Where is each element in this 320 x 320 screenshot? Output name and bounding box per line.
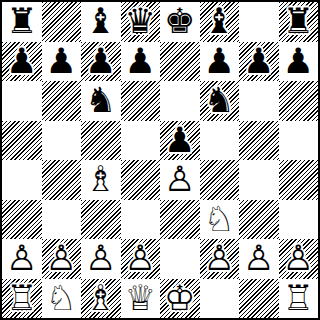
square-a6[interactable] (2, 81, 42, 121)
piece-white-knight-b1[interactable]: ♞♘ (42, 279, 82, 319)
white-pawn-glyph: ♙ (160, 160, 200, 200)
square-c6[interactable]: ♞♞ (81, 81, 121, 121)
square-e1[interactable]: ♚♔ (160, 279, 200, 319)
square-e4[interactable]: ♟♙ (160, 160, 200, 200)
piece-white-pawn-f2[interactable]: ♟♙ (200, 239, 240, 279)
black-pawn-glyph: ♟ (239, 42, 279, 82)
square-c2[interactable]: ♟♙ (81, 239, 121, 279)
black-pawn-glyph: ♟ (279, 42, 319, 82)
square-e3[interactable] (160, 200, 200, 240)
piece-white-pawn-d2[interactable]: ♟♙ (121, 239, 161, 279)
piece-black-rook-a8[interactable]: ♜♜ (2, 2, 42, 42)
square-b7[interactable]: ♟♟ (42, 42, 82, 82)
square-g2[interactable]: ♟♙ (239, 239, 279, 279)
white-queen-glyph: ♕ (121, 279, 161, 319)
white-rook-glyph: ♖ (279, 279, 319, 319)
piece-black-pawn-c7[interactable]: ♟♟ (81, 42, 121, 82)
black-bishop-glyph: ♝ (200, 2, 240, 42)
square-d1[interactable]: ♛♕ (121, 279, 161, 319)
black-pawn-glyph: ♟ (2, 42, 42, 82)
piece-black-bishop-f8[interactable]: ♝♝ (200, 2, 240, 42)
black-knight-glyph: ♞ (81, 81, 121, 121)
piece-white-king-e1[interactable]: ♚♔ (160, 279, 200, 319)
piece-black-pawn-g7[interactable]: ♟♟ (239, 42, 279, 82)
piece-white-rook-h1[interactable]: ♜♖ (279, 279, 319, 319)
piece-white-knight-f3[interactable]: ♞♘ (200, 200, 240, 240)
black-knight-glyph: ♞ (200, 81, 240, 121)
square-b3[interactable] (42, 200, 82, 240)
square-f3[interactable]: ♞♘ (200, 200, 240, 240)
square-c7[interactable]: ♟♟ (81, 42, 121, 82)
square-g8[interactable] (239, 2, 279, 42)
white-knight-glyph: ♘ (200, 200, 240, 240)
square-c4[interactable]: ♝♗ (81, 160, 121, 200)
white-pawn-glyph: ♙ (2, 239, 42, 279)
square-h3[interactable] (279, 200, 319, 240)
square-h4[interactable] (279, 160, 319, 200)
white-pawn-glyph: ♙ (200, 239, 240, 279)
piece-black-pawn-b7[interactable]: ♟♟ (42, 42, 82, 82)
square-d8[interactable]: ♛♛ (121, 2, 161, 42)
white-rook-glyph: ♖ (2, 279, 42, 319)
square-f1[interactable] (200, 279, 240, 319)
black-pawn-glyph: ♟ (200, 42, 240, 82)
square-b8[interactable] (42, 2, 82, 42)
square-h8[interactable]: ♜♜ (279, 2, 319, 42)
black-pawn-glyph: ♟ (160, 121, 200, 161)
square-a5[interactable] (2, 121, 42, 161)
square-g4[interactable] (239, 160, 279, 200)
piece-white-rook-a1[interactable]: ♜♖ (2, 279, 42, 319)
square-h6[interactable] (279, 81, 319, 121)
square-a1[interactable]: ♜♖ (2, 279, 42, 319)
piece-black-knight-f6[interactable]: ♞♞ (200, 81, 240, 121)
square-d2[interactable]: ♟♙ (121, 239, 161, 279)
piece-black-king-e8[interactable]: ♚♚ (160, 2, 200, 42)
white-knight-glyph: ♘ (42, 279, 82, 319)
piece-white-pawn-g2[interactable]: ♟♙ (239, 239, 279, 279)
square-d4[interactable] (121, 160, 161, 200)
square-f4[interactable] (200, 160, 240, 200)
black-pawn-glyph: ♟ (42, 42, 82, 82)
square-g7[interactable]: ♟♟ (239, 42, 279, 82)
square-a7[interactable]: ♟♟ (2, 42, 42, 82)
black-king-glyph: ♚ (160, 2, 200, 42)
square-b2[interactable]: ♟♙ (42, 239, 82, 279)
square-h2[interactable]: ♟♙ (279, 239, 319, 279)
chess-board: ♜♜♝♝♛♛♚♚♝♝♜♜♟♟♟♟♟♟♟♟♟♟♟♟♟♟♞♞♞♞♟♟♝♗♟♙♞♘♟♙… (0, 0, 320, 320)
white-pawn-glyph: ♙ (239, 239, 279, 279)
black-bishop-glyph: ♝ (81, 2, 121, 42)
piece-black-pawn-d7[interactable]: ♟♟ (121, 42, 161, 82)
square-d3[interactable] (121, 200, 161, 240)
square-e7[interactable] (160, 42, 200, 82)
square-c5[interactable] (81, 121, 121, 161)
piece-white-bishop-c1[interactable]: ♝♗ (81, 279, 121, 319)
square-c1[interactable]: ♝♗ (81, 279, 121, 319)
square-e5[interactable]: ♟♟ (160, 121, 200, 161)
piece-white-pawn-c2[interactable]: ♟♙ (81, 239, 121, 279)
white-bishop-glyph: ♗ (81, 160, 121, 200)
square-h5[interactable] (279, 121, 319, 161)
square-f7[interactable]: ♟♟ (200, 42, 240, 82)
square-b5[interactable] (42, 121, 82, 161)
square-h7[interactable]: ♟♟ (279, 42, 319, 82)
square-b6[interactable] (42, 81, 82, 121)
black-pawn-glyph: ♟ (81, 42, 121, 82)
white-king-glyph: ♔ (160, 279, 200, 319)
square-f6[interactable]: ♞♞ (200, 81, 240, 121)
piece-white-pawn-e4[interactable]: ♟♙ (160, 160, 200, 200)
white-bishop-glyph: ♗ (81, 279, 121, 319)
square-a4[interactable] (2, 160, 42, 200)
square-b1[interactable]: ♞♘ (42, 279, 82, 319)
square-h1[interactable]: ♜♖ (279, 279, 319, 319)
square-c8[interactable]: ♝♝ (81, 2, 121, 42)
piece-black-pawn-h7[interactable]: ♟♟ (279, 42, 319, 82)
square-a2[interactable]: ♟♙ (2, 239, 42, 279)
white-pawn-glyph: ♙ (81, 239, 121, 279)
square-c3[interactable] (81, 200, 121, 240)
square-a3[interactable] (2, 200, 42, 240)
square-a8[interactable]: ♜♜ (2, 2, 42, 42)
piece-black-pawn-f7[interactable]: ♟♟ (200, 42, 240, 82)
black-rook-glyph: ♜ (279, 2, 319, 42)
square-e2[interactable] (160, 239, 200, 279)
piece-white-pawn-h2[interactable]: ♟♙ (279, 239, 319, 279)
piece-black-queen-d8[interactable]: ♛♛ (121, 2, 161, 42)
black-queen-glyph: ♛ (121, 2, 161, 42)
white-pawn-glyph: ♙ (279, 239, 319, 279)
square-g1[interactable] (239, 279, 279, 319)
piece-white-pawn-a2[interactable]: ♟♙ (2, 239, 42, 279)
square-e8[interactable]: ♚♚ (160, 2, 200, 42)
piece-black-bishop-c8[interactable]: ♝♝ (81, 2, 121, 42)
piece-black-pawn-a7[interactable]: ♟♟ (2, 42, 42, 82)
square-g5[interactable] (239, 121, 279, 161)
piece-black-knight-c6[interactable]: ♞♞ (81, 81, 121, 121)
square-f5[interactable] (200, 121, 240, 161)
piece-white-queen-d1[interactable]: ♛♕ (121, 279, 161, 319)
square-e6[interactable] (160, 81, 200, 121)
white-pawn-glyph: ♙ (42, 239, 82, 279)
piece-black-rook-h8[interactable]: ♜♜ (279, 2, 319, 42)
square-b4[interactable] (42, 160, 82, 200)
black-rook-glyph: ♜ (2, 2, 42, 42)
white-pawn-glyph: ♙ (121, 239, 161, 279)
square-f2[interactable]: ♟♙ (200, 239, 240, 279)
square-d6[interactable] (121, 81, 161, 121)
black-pawn-glyph: ♟ (121, 42, 161, 82)
piece-black-pawn-e5[interactable]: ♟♟ (160, 121, 200, 161)
piece-white-bishop-c4[interactable]: ♝♗ (81, 160, 121, 200)
square-d7[interactable]: ♟♟ (121, 42, 161, 82)
square-g6[interactable] (239, 81, 279, 121)
square-g3[interactable] (239, 200, 279, 240)
square-d5[interactable] (121, 121, 161, 161)
square-f8[interactable]: ♝♝ (200, 2, 240, 42)
piece-white-pawn-b2[interactable]: ♟♙ (42, 239, 82, 279)
